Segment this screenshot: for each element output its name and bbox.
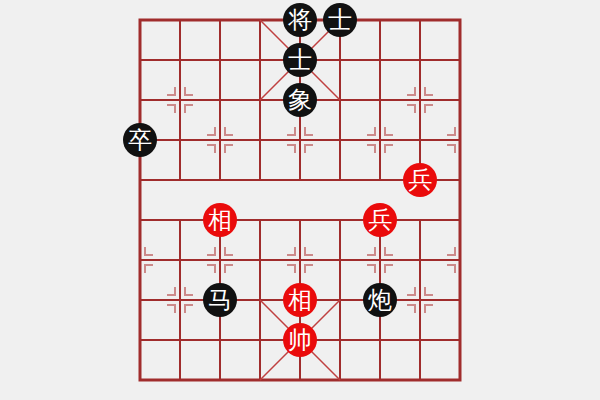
- piece-black-elephant[interactable]: 象: [283, 83, 317, 117]
- piece-black-soldier[interactable]: 卒: [123, 123, 157, 157]
- board: 将士士象卒兵相兵马相炮帅: [120, 0, 480, 400]
- piece-black-cannon[interactable]: 炮: [363, 283, 397, 317]
- piece-red-elephant[interactable]: 相: [283, 283, 317, 317]
- piece-black-advisor[interactable]: 士: [323, 3, 357, 37]
- piece-black-general[interactable]: 将: [283, 3, 317, 37]
- xiangqi-diagram: 将士士象卒兵相兵马相炮帅: [0, 0, 600, 400]
- piece-red-general[interactable]: 帅: [283, 323, 317, 357]
- piece-red-elephant[interactable]: 相: [203, 203, 237, 237]
- piece-black-advisor[interactable]: 士: [283, 43, 317, 77]
- piece-red-soldier[interactable]: 兵: [403, 163, 437, 197]
- piece-black-horse[interactable]: 马: [203, 283, 237, 317]
- piece-red-soldier[interactable]: 兵: [363, 203, 397, 237]
